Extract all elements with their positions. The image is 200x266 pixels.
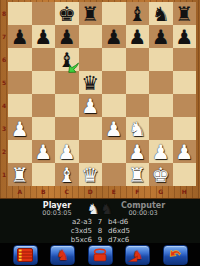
square-c5[interactable] (55, 71, 79, 94)
square-c6[interactable]: ♝ (55, 48, 79, 71)
white-pawn: ♟ (34, 142, 52, 162)
square-e2[interactable] (102, 140, 126, 163)
file-label-d: D (79, 186, 103, 197)
square-c2[interactable]: ♟ (55, 140, 79, 163)
black-pawn: ♟ (152, 27, 170, 47)
white-move: c3xd5 (36, 227, 92, 236)
white-king: ♚ (152, 165, 170, 185)
white-queen: ♛ (81, 165, 99, 185)
black-king: ♚ (58, 4, 76, 24)
square-e1[interactable] (102, 163, 126, 186)
info-panel: Player 00:03:05 ♞ ♞ Computer 00:00:03 a2… (0, 199, 200, 243)
square-b2[interactable]: ♟ (32, 140, 56, 163)
square-b7[interactable]: ♟ (32, 25, 56, 48)
square-a1[interactable]: ♜ (8, 163, 32, 186)
last-move-arrow-icon (68, 58, 79, 69)
square-e4[interactable] (102, 94, 126, 117)
white-pawn: ♟ (58, 142, 76, 162)
square-d4[interactable]: ♟ (79, 94, 103, 117)
black-move: b4-d6 (108, 218, 164, 227)
square-f4[interactable] (126, 94, 150, 117)
square-h3[interactable] (173, 117, 197, 140)
square-f2[interactable]: ♟ (126, 140, 150, 163)
white-pawn: ♟ (11, 119, 29, 139)
square-b3[interactable] (32, 117, 56, 140)
rank-label-8: 8 (0, 2, 8, 25)
square-e3[interactable]: ♟ (102, 117, 126, 140)
square-d3[interactable] (79, 117, 103, 140)
rank-label-5: 5 (0, 71, 8, 94)
player-block: Player 00:03:05 (30, 201, 84, 217)
toolbar: ♞♞ (0, 243, 200, 266)
square-h2[interactable]: ♟ (173, 140, 197, 163)
square-d1[interactable]: ♛ (79, 163, 103, 186)
move-list-icon (17, 248, 33, 262)
file-label-b: B (32, 186, 56, 197)
hint-arrow-icon (128, 256, 138, 262)
rank-labels: 87654321 (0, 2, 8, 186)
side-indicators: ♞ ♞ (87, 201, 113, 216)
square-d8[interactable]: ♜ (79, 2, 103, 25)
square-g4[interactable] (149, 94, 173, 117)
black-rook: ♜ (81, 4, 99, 24)
move-row-7: a2-a37b4-d6 (36, 218, 164, 227)
move-row-8: c3xd58d6xd5 (36, 227, 164, 236)
black-pawn: ♟ (128, 27, 146, 47)
move-number: 8 (92, 227, 108, 236)
square-a5[interactable] (8, 71, 32, 94)
rank-label-6: 6 (0, 48, 8, 71)
white-knight: ♞ (128, 119, 146, 139)
white-pawn: ♟ (175, 142, 193, 162)
square-f3[interactable]: ♞ (126, 117, 150, 140)
square-f6[interactable] (126, 48, 150, 71)
square-e6[interactable] (102, 48, 126, 71)
file-label-h: H (173, 186, 197, 197)
file-label-f: F (126, 186, 150, 197)
black-knight-icon: ♞ (101, 202, 114, 216)
square-b6[interactable] (32, 48, 56, 71)
square-c7[interactable]: ♟ (55, 25, 79, 48)
white-pawn: ♟ (105, 119, 123, 139)
square-c8[interactable]: ♚ (55, 2, 79, 25)
white-rook: ♜ (11, 165, 29, 185)
black-move: d6xd5 (108, 227, 164, 236)
player-clock: 00:03:05 (42, 210, 71, 217)
square-e8[interactable] (102, 2, 126, 25)
black-pawn: ♟ (11, 27, 29, 47)
black-knight: ♞ (152, 4, 170, 24)
square-a4[interactable] (8, 94, 32, 117)
rank-label-4: 4 (0, 94, 8, 117)
square-g6[interactable] (149, 48, 173, 71)
board-settings-button[interactable] (88, 245, 113, 265)
white-rook: ♜ (128, 165, 146, 185)
white-pawn: ♟ (152, 142, 170, 162)
new-game-knight-icon: ♞ (56, 248, 69, 262)
square-c4[interactable] (55, 94, 79, 117)
black-queen: ♛ (81, 73, 99, 93)
square-e7[interactable]: ♟ (102, 25, 126, 48)
black-pawn: ♟ (58, 27, 76, 47)
computer-clock: 00:00:03 (128, 210, 157, 217)
square-f1[interactable]: ♜ (126, 163, 150, 186)
clock-header: Player 00:03:05 ♞ ♞ Computer 00:00:03 (0, 199, 200, 217)
white-knight-icon: ♞ (87, 202, 100, 216)
square-h1[interactable] (173, 163, 197, 186)
square-c3[interactable] (55, 117, 79, 140)
square-h5[interactable] (173, 71, 197, 94)
square-h4[interactable] (173, 94, 197, 117)
new-game-button[interactable]: ♞ (50, 245, 75, 265)
chess-board[interactable]: ♚♜♝♞♜♟♟♟♟♟♟♟♝♛♟♟♟♞♟♟♟♟♟♜♝♛♜♚ (8, 2, 196, 186)
square-h7[interactable]: ♟ (173, 25, 197, 48)
square-h6[interactable] (173, 48, 197, 71)
square-g2[interactable]: ♟ (149, 140, 173, 163)
black-rook: ♜ (175, 4, 193, 24)
square-d6[interactable] (79, 48, 103, 71)
move-number: 7 (92, 218, 108, 227)
square-e5[interactable] (102, 71, 126, 94)
square-a8[interactable] (8, 2, 32, 25)
rank-label-1: 1 (0, 163, 8, 186)
square-a6[interactable] (8, 48, 32, 71)
file-labels: ABCDEFGH (8, 186, 196, 197)
file-label-a: A (8, 186, 32, 197)
rank-label-2: 2 (0, 140, 8, 163)
square-a3[interactable]: ♟ (8, 117, 32, 140)
square-b5[interactable] (32, 71, 56, 94)
chess-app: 87654321 ♚♜♝♞♜♟♟♟♟♟♟♟♝♛♟♟♟♞♟♟♟♟♟♜♝♛♜♚ AB… (0, 0, 200, 266)
board-settings-icon (93, 248, 107, 262)
board-frame: 87654321 ♚♜♝♞♜♟♟♟♟♟♟♟♝♛♟♟♟♞♟♟♟♟♟♜♝♛♜♚ AB… (0, 0, 200, 199)
square-h8[interactable]: ♜ (173, 2, 197, 25)
square-d2[interactable] (79, 140, 103, 163)
square-f5[interactable] (126, 71, 150, 94)
undo-button[interactable] (163, 245, 188, 265)
white-move: a2-a3 (36, 218, 92, 227)
square-g5[interactable] (149, 71, 173, 94)
square-d5[interactable]: ♛ (79, 71, 103, 94)
black-pawn: ♟ (175, 27, 193, 47)
square-g7[interactable]: ♟ (149, 25, 173, 48)
rank-label-7: 7 (0, 25, 8, 48)
square-g3[interactable] (149, 117, 173, 140)
square-b8[interactable] (32, 2, 56, 25)
move-list[interactable]: a2-a37b4-d6c3xd58d6xd5b5xc69d7xc6 (0, 218, 200, 245)
square-g8[interactable]: ♞ (149, 2, 173, 25)
square-f8[interactable]: ♝ (126, 2, 150, 25)
square-g1[interactable]: ♚ (149, 163, 173, 186)
file-label-e: E (102, 186, 126, 197)
white-bishop: ♝ (58, 165, 76, 185)
file-label-g: G (149, 186, 173, 197)
move-list-button[interactable] (13, 245, 38, 265)
undo-arrow-icon (168, 248, 182, 262)
hint-button[interactable]: ♞ (125, 245, 150, 265)
white-pawn: ♟ (128, 142, 146, 162)
square-d7[interactable] (79, 25, 103, 48)
rank-label-3: 3 (0, 117, 8, 140)
black-pawn: ♟ (105, 27, 123, 47)
black-bishop: ♝ (128, 4, 146, 24)
black-pawn: ♟ (34, 27, 52, 47)
square-b4[interactable] (32, 94, 56, 117)
square-a2[interactable] (8, 140, 32, 163)
white-pawn: ♟ (81, 96, 99, 116)
square-c1[interactable]: ♝ (55, 163, 79, 186)
square-b1[interactable] (32, 163, 56, 186)
square-a7[interactable]: ♟ (8, 25, 32, 48)
computer-block: Computer 00:00:03 (116, 201, 170, 217)
file-label-c: C (55, 186, 79, 197)
square-f7[interactable]: ♟ (126, 25, 150, 48)
